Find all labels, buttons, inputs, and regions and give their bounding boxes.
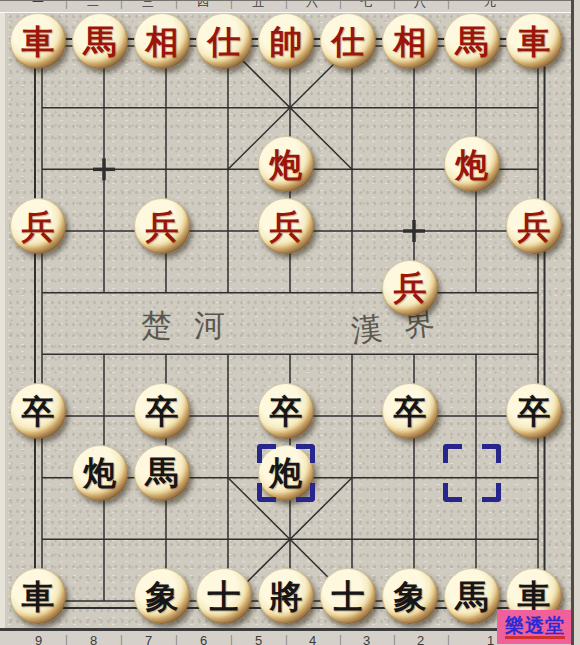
piece-glyph: 兵 xyxy=(270,210,303,243)
piece-glyph: 仕 xyxy=(208,25,241,58)
piece-red-advisor[interactable]: 仕 xyxy=(196,13,252,69)
file-label-bottom: 3 xyxy=(363,633,370,645)
window-right-edge xyxy=(574,0,580,645)
piece-red-horse[interactable]: 馬 xyxy=(444,13,500,69)
piece-red-soldier[interactable]: 兵 xyxy=(10,198,66,254)
file-label-top: 五 xyxy=(252,0,264,11)
piece-glyph: 炮 xyxy=(270,148,303,181)
watermark-text: 樂透堂 xyxy=(505,615,565,639)
piece-glyph: 炮 xyxy=(270,456,303,489)
file-label-bottom: 9 xyxy=(35,633,42,645)
piece-black-soldier[interactable]: 卒 xyxy=(506,383,562,439)
file-separator-tick: | xyxy=(120,0,123,9)
file-separator-tick: | xyxy=(175,0,178,9)
piece-glyph: 車 xyxy=(22,580,55,613)
piece-black-soldier[interactable]: 卒 xyxy=(134,383,190,439)
piece-black-soldier[interactable]: 卒 xyxy=(10,383,66,439)
piece-glyph: 士 xyxy=(208,580,241,613)
file-label-bottom: 8 xyxy=(90,633,97,645)
piece-black-soldier[interactable]: 卒 xyxy=(382,383,438,439)
piece-glyph: 炮 xyxy=(456,148,489,181)
piece-red-chariot[interactable]: 車 xyxy=(506,13,562,69)
file-label-top: 八 xyxy=(414,0,426,11)
piece-glyph: 兵 xyxy=(22,210,55,243)
file-label-top: 六 xyxy=(306,0,318,11)
piece-glyph: 卒 xyxy=(394,395,427,428)
piece-glyph: 馬 xyxy=(456,580,489,613)
file-label-top: 七 xyxy=(360,0,372,11)
piece-black-horse[interactable]: 馬 xyxy=(444,568,500,624)
top-coordinate-strip: 一二三四五六七八九|||||||| xyxy=(0,0,574,13)
file-label-bottom: 4 xyxy=(309,633,316,645)
watermark-badge: 樂透堂 xyxy=(497,610,573,644)
file-separator-tick: | xyxy=(339,633,342,645)
file-separator-tick: | xyxy=(285,0,288,9)
file-separator-tick: | xyxy=(65,0,68,9)
xiangqi-app-window: 楚河 漢界 車馬相仕帥仕相馬車炮炮兵兵兵兵兵卒卒卒卒卒炮馬炮車象士將士象馬車 一… xyxy=(0,0,580,645)
file-separator-tick: | xyxy=(447,0,450,9)
file-separator-tick: | xyxy=(447,633,450,645)
piece-red-soldier[interactable]: 兵 xyxy=(506,198,562,254)
piece-black-elephant[interactable]: 象 xyxy=(134,568,190,624)
file-label-top: 九 xyxy=(484,0,496,11)
piece-glyph: 馬 xyxy=(84,25,117,58)
window-right-border-line xyxy=(571,0,574,645)
piece-black-chariot[interactable]: 車 xyxy=(10,568,66,624)
file-separator-tick: | xyxy=(120,633,123,645)
file-label-top: 二 xyxy=(87,0,99,11)
file-label-bottom: 5 xyxy=(255,633,262,645)
piece-glyph: 卒 xyxy=(270,395,303,428)
piece-glyph: 馬 xyxy=(146,456,179,489)
piece-red-soldier[interactable]: 兵 xyxy=(134,198,190,254)
piece-black-advisor[interactable]: 士 xyxy=(320,568,376,624)
piece-red-cannon[interactable]: 炮 xyxy=(258,136,314,192)
bottom-coordinate-strip: 987654321|||||||| xyxy=(0,631,574,645)
piece-red-horse[interactable]: 馬 xyxy=(72,13,128,69)
file-separator-tick: | xyxy=(285,633,288,645)
piece-glyph: 相 xyxy=(394,25,427,58)
file-label-top: 三 xyxy=(142,0,154,11)
piece-glyph: 車 xyxy=(22,25,55,58)
piece-glyph: 相 xyxy=(146,25,179,58)
file-label-top: 四 xyxy=(197,0,209,11)
piece-glyph: 士 xyxy=(332,580,365,613)
piece-glyph: 兵 xyxy=(146,210,179,243)
piece-red-advisor[interactable]: 仕 xyxy=(320,13,376,69)
board-grid xyxy=(0,0,580,645)
piece-glyph: 卒 xyxy=(22,395,55,428)
piece-glyph: 象 xyxy=(394,580,427,613)
piece-red-cannon[interactable]: 炮 xyxy=(444,136,500,192)
piece-glyph: 炮 xyxy=(84,456,117,489)
file-separator-tick: | xyxy=(230,0,233,9)
piece-black-elephant[interactable]: 象 xyxy=(382,568,438,624)
file-separator-tick: | xyxy=(230,633,233,645)
piece-glyph: 兵 xyxy=(394,271,427,304)
file-label-bottom: 1 xyxy=(487,633,494,645)
file-separator-tick: | xyxy=(393,633,396,645)
file-separator-tick: | xyxy=(339,0,342,9)
piece-red-soldier[interactable]: 兵 xyxy=(258,198,314,254)
file-separator-tick: | xyxy=(393,0,396,9)
file-label-bottom: 2 xyxy=(417,633,424,645)
river-label-chuhe: 楚河 xyxy=(141,305,247,347)
piece-glyph: 帥 xyxy=(270,25,303,58)
piece-glyph: 將 xyxy=(270,580,303,613)
file-label-bottom: 7 xyxy=(145,633,152,645)
piece-red-elephant[interactable]: 相 xyxy=(134,13,190,69)
file-label-bottom: 6 xyxy=(200,633,207,645)
piece-glyph: 仕 xyxy=(332,25,365,58)
piece-glyph: 兵 xyxy=(518,210,551,243)
piece-black-horse[interactable]: 馬 xyxy=(134,445,190,501)
piece-glyph: 馬 xyxy=(456,25,489,58)
piece-glyph: 車 xyxy=(518,580,551,613)
piece-red-general[interactable]: 帥 xyxy=(258,13,314,69)
piece-red-soldier[interactable]: 兵 xyxy=(382,260,438,316)
piece-red-elephant[interactable]: 相 xyxy=(382,13,438,69)
window-left-edge xyxy=(0,11,5,645)
piece-black-cannon[interactable]: 炮 xyxy=(72,445,128,501)
file-label-top: 一 xyxy=(32,0,44,11)
file-separator-tick: | xyxy=(175,633,178,645)
piece-black-general[interactable]: 將 xyxy=(258,568,314,624)
piece-glyph: 車 xyxy=(518,25,551,58)
file-separator-tick: | xyxy=(65,633,68,645)
piece-glyph: 卒 xyxy=(146,395,179,428)
piece-black-cannon[interactable]: 炮 xyxy=(258,445,314,501)
piece-red-chariot[interactable]: 車 xyxy=(10,13,66,69)
piece-glyph: 象 xyxy=(146,580,179,613)
piece-black-soldier[interactable]: 卒 xyxy=(258,383,314,439)
piece-glyph: 卒 xyxy=(518,395,551,428)
piece-black-advisor[interactable]: 士 xyxy=(196,568,252,624)
